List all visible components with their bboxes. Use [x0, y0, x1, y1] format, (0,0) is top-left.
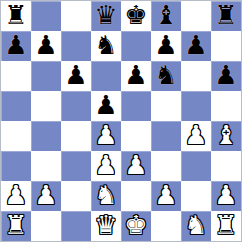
square-c6[interactable]: ♟ [61, 61, 91, 91]
white-knight[interactable]: ♞ [94, 181, 117, 210]
square-e8[interactable]: ♚ [121, 1, 151, 31]
chess-board: ♜♛♚♝♜♟♟♞♟♟♟♟♞♟♟♟♟♝♟♟♟♟♞♟♟♜♛♚♞♜ [1, 1, 241, 241]
square-d4[interactable]: ♟ [91, 121, 121, 151]
square-a6[interactable] [1, 61, 31, 91]
square-a4[interactable] [1, 121, 31, 151]
square-g4[interactable]: ♟ [181, 121, 211, 151]
square-a1[interactable]: ♜ [1, 211, 31, 241]
black-bishop[interactable]: ♝ [154, 1, 177, 30]
white-pawn[interactable]: ♟ [124, 151, 147, 180]
square-f7[interactable]: ♟ [151, 31, 181, 61]
square-b2[interactable]: ♟ [31, 181, 61, 211]
black-knight[interactable]: ♞ [94, 31, 117, 60]
square-h6[interactable]: ♟ [211, 61, 241, 91]
square-c7[interactable] [61, 31, 91, 61]
square-a2[interactable]: ♟ [1, 181, 31, 211]
square-b7[interactable]: ♟ [31, 31, 61, 61]
square-h1[interactable]: ♜ [211, 211, 241, 241]
square-b8[interactable] [31, 1, 61, 31]
square-d8[interactable]: ♛ [91, 1, 121, 31]
square-b3[interactable] [31, 151, 61, 181]
black-rook[interactable]: ♜ [214, 1, 237, 30]
white-pawn[interactable]: ♟ [94, 151, 117, 180]
square-c1[interactable] [61, 211, 91, 241]
black-pawn[interactable]: ♟ [184, 31, 207, 60]
black-pawn[interactable]: ♟ [154, 31, 177, 60]
square-b5[interactable] [31, 91, 61, 121]
square-e4[interactable] [121, 121, 151, 151]
white-rook[interactable]: ♜ [214, 211, 237, 240]
square-h4[interactable]: ♝ [211, 121, 241, 151]
black-knight[interactable]: ♞ [154, 61, 177, 90]
white-pawn[interactable]: ♟ [154, 181, 177, 210]
black-queen[interactable]: ♛ [94, 1, 117, 30]
square-d6[interactable] [91, 61, 121, 91]
square-a3[interactable] [1, 151, 31, 181]
black-king[interactable]: ♚ [124, 1, 147, 30]
square-g1[interactable]: ♞ [181, 211, 211, 241]
black-pawn[interactable]: ♟ [214, 61, 237, 90]
white-pawn[interactable]: ♟ [214, 181, 237, 210]
white-king[interactable]: ♚ [124, 211, 147, 240]
black-pawn[interactable]: ♟ [124, 61, 147, 90]
black-rook[interactable]: ♜ [4, 1, 27, 30]
square-c8[interactable] [61, 1, 91, 31]
square-d5[interactable]: ♟ [91, 91, 121, 121]
square-e1[interactable]: ♚ [121, 211, 151, 241]
square-h7[interactable] [211, 31, 241, 61]
square-f8[interactable]: ♝ [151, 1, 181, 31]
square-f5[interactable] [151, 91, 181, 121]
square-e2[interactable] [121, 181, 151, 211]
square-a5[interactable] [1, 91, 31, 121]
square-g2[interactable] [181, 181, 211, 211]
white-pawn[interactable]: ♟ [4, 181, 27, 210]
square-f1[interactable] [151, 211, 181, 241]
square-h2[interactable]: ♟ [211, 181, 241, 211]
square-f3[interactable] [151, 151, 181, 181]
black-pawn[interactable]: ♟ [64, 61, 87, 90]
square-g6[interactable] [181, 61, 211, 91]
square-f2[interactable]: ♟ [151, 181, 181, 211]
square-b1[interactable] [31, 211, 61, 241]
square-h5[interactable] [211, 91, 241, 121]
square-d3[interactable]: ♟ [91, 151, 121, 181]
square-c2[interactable] [61, 181, 91, 211]
white-pawn[interactable]: ♟ [184, 121, 207, 150]
square-b4[interactable] [31, 121, 61, 151]
square-a8[interactable]: ♜ [1, 1, 31, 31]
square-g3[interactable] [181, 151, 211, 181]
square-h3[interactable] [211, 151, 241, 181]
square-b6[interactable] [31, 61, 61, 91]
square-e3[interactable]: ♟ [121, 151, 151, 181]
white-knight[interactable]: ♞ [184, 211, 207, 240]
square-d2[interactable]: ♞ [91, 181, 121, 211]
white-rook[interactable]: ♜ [4, 211, 27, 240]
square-c5[interactable] [61, 91, 91, 121]
black-pawn[interactable]: ♟ [34, 31, 57, 60]
white-queen[interactable]: ♛ [94, 211, 117, 240]
square-f4[interactable] [151, 121, 181, 151]
square-c3[interactable] [61, 151, 91, 181]
square-e5[interactable] [121, 91, 151, 121]
square-h8[interactable]: ♜ [211, 1, 241, 31]
white-pawn[interactable]: ♟ [34, 181, 57, 210]
white-bishop[interactable]: ♝ [214, 121, 237, 150]
square-e7[interactable] [121, 31, 151, 61]
black-pawn[interactable]: ♟ [4, 31, 27, 60]
square-e6[interactable]: ♟ [121, 61, 151, 91]
square-a7[interactable]: ♟ [1, 31, 31, 61]
black-pawn[interactable]: ♟ [94, 91, 117, 120]
chess-board-frame: ♜♛♚♝♜♟♟♞♟♟♟♟♞♟♟♟♟♝♟♟♟♟♞♟♟♜♛♚♞♜ [0, 0, 242, 242]
square-g7[interactable]: ♟ [181, 31, 211, 61]
square-d1[interactable]: ♛ [91, 211, 121, 241]
square-c4[interactable] [61, 121, 91, 151]
square-f6[interactable]: ♞ [151, 61, 181, 91]
square-g5[interactable] [181, 91, 211, 121]
square-d7[interactable]: ♞ [91, 31, 121, 61]
square-g8[interactable] [181, 1, 211, 31]
white-pawn[interactable]: ♟ [94, 121, 117, 150]
